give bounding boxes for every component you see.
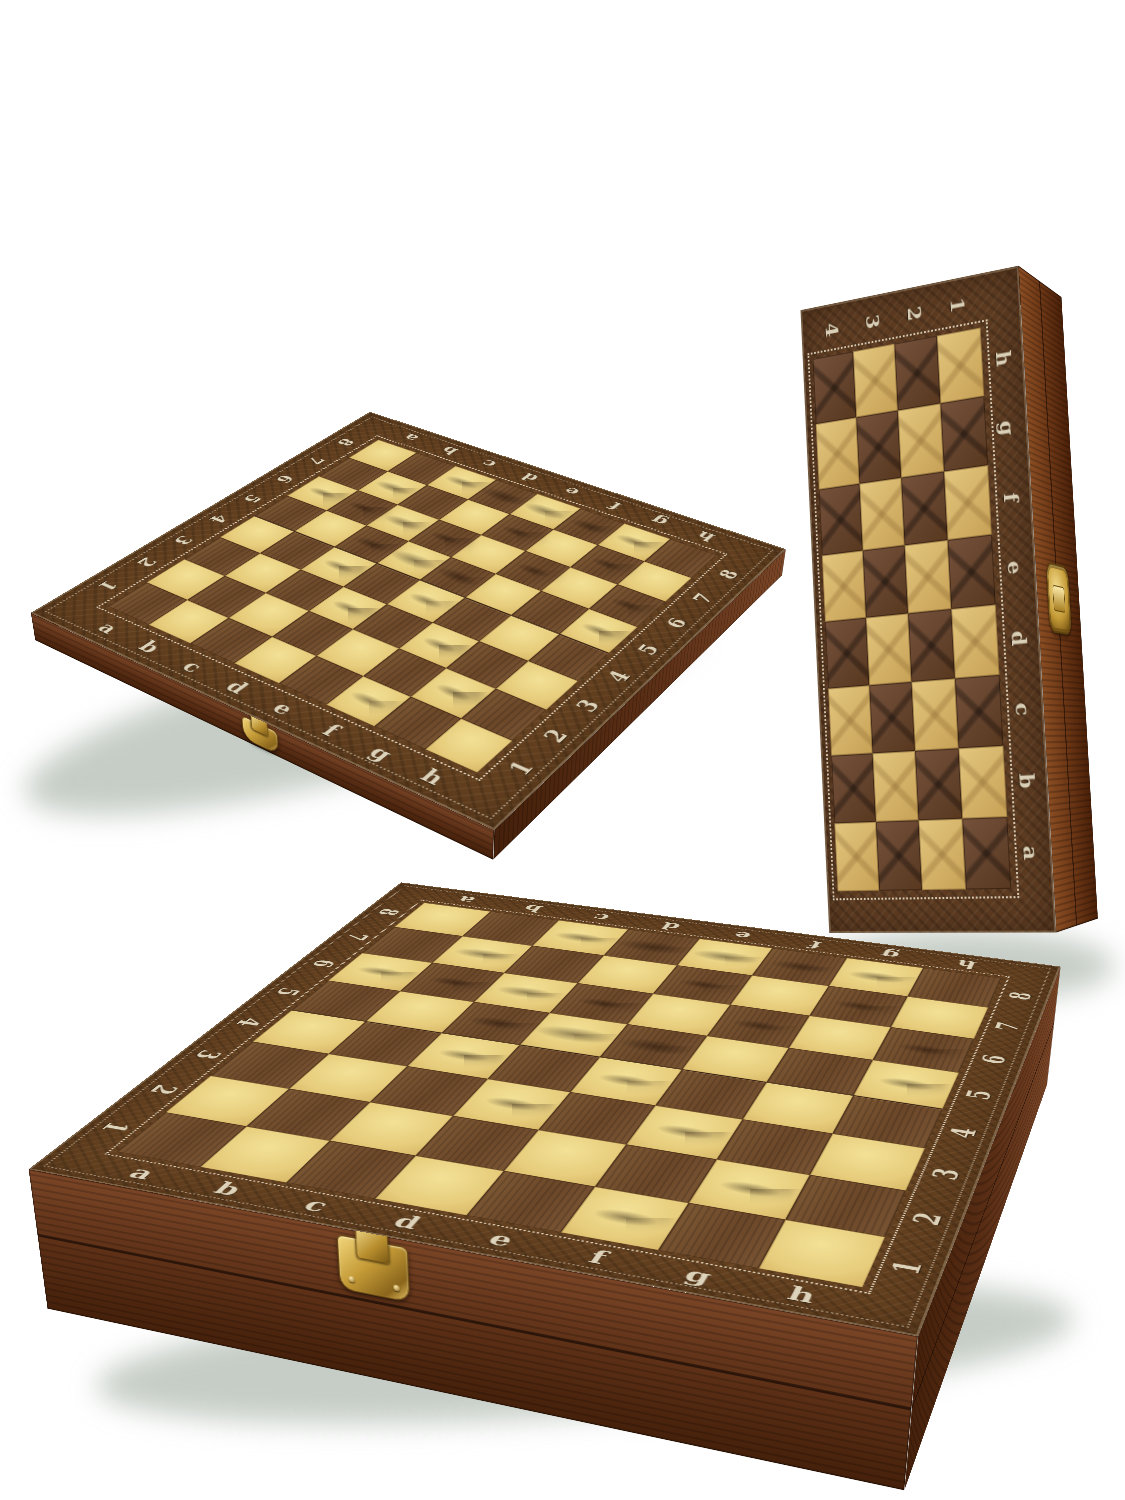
- box-side-label-h: h: [993, 349, 1013, 368]
- box-top-label-4: 4: [822, 321, 840, 338]
- rank-label-right-1: 1: [888, 1259, 928, 1277]
- box-top-label-2: 2: [905, 305, 924, 323]
- exterior-square-f1: [944, 465, 992, 540]
- rank-label-left-4: 4: [206, 513, 232, 525]
- rank-label-left-6: 6: [307, 958, 339, 968]
- rank-label-right-5: 5: [963, 1088, 997, 1101]
- brass-clasp: [1046, 561, 1072, 635]
- piece-black-pawn: ♟: [417, 617, 491, 699]
- exterior-square-g3: [856, 410, 901, 483]
- rank-label-left-2: 2: [144, 1083, 181, 1096]
- file-label-near-b: b: [209, 1180, 246, 1199]
- rank-label-right-2: 2: [909, 1211, 947, 1228]
- piece-white-rook: ♜: [498, 499, 568, 577]
- file-label-near-d: d: [389, 1212, 425, 1232]
- box-top-label-1: 1: [947, 296, 967, 314]
- rank-label-right-6: 6: [661, 615, 690, 630]
- clasp-core: [1053, 585, 1066, 613]
- piece-black-pawn: ♟: [461, 998, 565, 1114]
- file-label-near-h: h: [784, 1284, 819, 1307]
- box-side-label-f: f: [1000, 491, 1020, 503]
- exterior-square-h1: [937, 328, 984, 404]
- file-label-near-a: a: [94, 620, 122, 636]
- rank-label-right-7: 7: [993, 1021, 1024, 1032]
- exterior-square-e2: [905, 540, 952, 613]
- exterior-square-e3: [863, 545, 908, 617]
- box-side-label-e: e: [1004, 559, 1025, 575]
- product-photo-stage: aabbccddeeffgghh8877665544332211♞♚♛♝♞♝♟♟…: [0, 0, 1125, 1500]
- rank-label-left-4: 4: [231, 1016, 265, 1027]
- file-label-near-g: g: [681, 1265, 715, 1287]
- file-label-near-a: a: [124, 1164, 160, 1182]
- rank-label-left-3: 3: [189, 1049, 225, 1061]
- file-label-near-d: d: [222, 678, 252, 696]
- rank-label-left-5: 5: [270, 986, 303, 996]
- exterior-square-d1: [951, 604, 999, 678]
- rank-label-left-1: 1: [96, 1120, 135, 1134]
- file-label-near-b: b: [135, 638, 165, 655]
- brass-latch-front: [337, 1234, 411, 1303]
- rank-label-right-3: 3: [929, 1167, 966, 1182]
- rank-label-right-7: 7: [688, 591, 717, 606]
- latch-screw-left: [349, 1276, 356, 1283]
- file-label-far-h: h: [693, 530, 718, 544]
- file-label-near-c: c: [179, 658, 207, 675]
- piece-black-pawn: ♟: [314, 538, 382, 614]
- exterior-square-g1: [940, 396, 988, 471]
- piece-black-rook: ♜: [564, 1092, 687, 1229]
- exterior-square-f4: [819, 484, 863, 556]
- rank-label-left-5: 5: [240, 493, 266, 505]
- bottom-chessboard: aabbccddeeffgghh8877665544332211♞♚♛♝♞♝♟♟…: [29, 882, 1061, 1336]
- rank-label-right-8: 8: [1006, 991, 1036, 1002]
- box-top-label-3: 3: [863, 313, 882, 331]
- exterior-square-e1: [948, 535, 996, 609]
- latch-screw-right: [393, 1285, 400, 1292]
- rank-label-left-1: 1: [95, 579, 123, 593]
- exterior-square-f3: [859, 478, 904, 551]
- file-label-near-e: e: [484, 1230, 517, 1250]
- exterior-square-h3: [853, 344, 898, 418]
- rank-label-right-5: 5: [633, 641, 663, 657]
- exterior-square-f2: [901, 471, 947, 545]
- exterior-square-d3: [866, 613, 912, 685]
- box-side-label-g: g: [996, 418, 1017, 436]
- file-label-near-f: f: [585, 1248, 611, 1267]
- exterior-square-g4: [816, 417, 860, 489]
- exterior-square-d2: [908, 609, 955, 682]
- rank-label-right-6: 6: [979, 1053, 1012, 1065]
- exterior-square-d4: [825, 618, 869, 689]
- rank-label-left-3: 3: [171, 534, 198, 547]
- rank-label-right-4: 4: [947, 1126, 982, 1140]
- rank-label-right-4: 4: [603, 668, 634, 685]
- file-label-near-c: c: [299, 1196, 333, 1215]
- exterior-square-h2: [894, 336, 940, 411]
- exterior-square-g2: [898, 403, 944, 477]
- rank-label-left-2: 2: [133, 556, 160, 570]
- exterior-square-h4: [813, 351, 856, 424]
- piece-white-pawn: ♟: [564, 559, 634, 637]
- piece-white-pawn: ♟: [856, 980, 957, 1093]
- piece-black-rook: ♜: [329, 620, 408, 708]
- rank-label-right-8: 8: [714, 567, 742, 581]
- exterior-square-e4: [822, 551, 866, 622]
- bottom-board-view: aabbccddeeffgghh8877665544332211♞♚♛♝♞♝♟♟…: [0, 700, 1125, 1500]
- box-side-label-d: d: [1008, 629, 1029, 646]
- latch-knob: [354, 1219, 390, 1265]
- square-a1: [117, 1112, 247, 1167]
- piece-black-pawn: ♟: [694, 1073, 807, 1199]
